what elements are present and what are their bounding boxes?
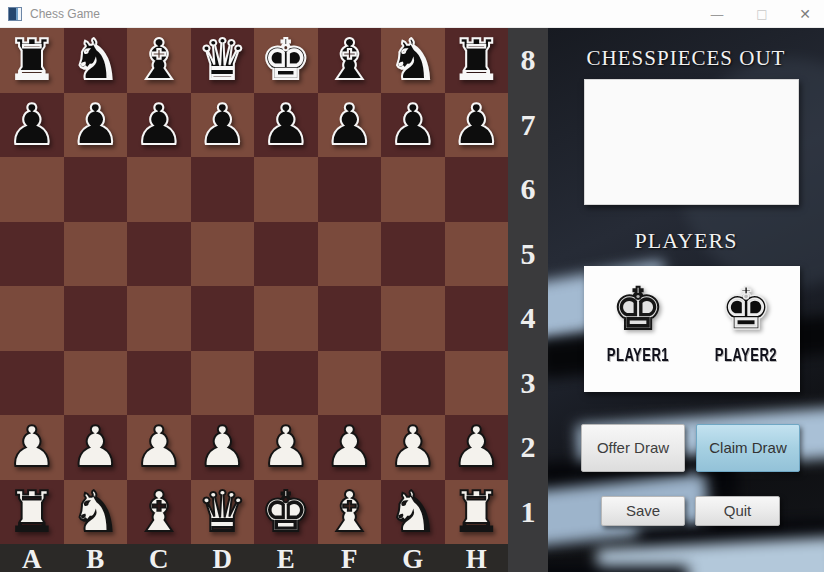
chess-game-window: Chess Game — □ ✕ ♜♞♝♛♚♝♞♜♟♟♟♟♟♟♟♟♟♟♟♟♟♟♟…: [0, 0, 824, 572]
square-b6[interactable]: [64, 157, 128, 222]
piece-black-pawn[interactable]: ♟: [191, 93, 255, 158]
player1-card: ♚ PLAYER1: [584, 266, 692, 392]
square-e5[interactable]: [254, 222, 318, 287]
piece-white-bishop[interactable]: ♝: [127, 480, 191, 545]
square-b4[interactable]: [64, 286, 128, 351]
square-b1[interactable]: ♞: [64, 480, 128, 545]
square-a5[interactable]: [0, 222, 64, 287]
rank-labels-strip: 87654321: [508, 28, 548, 572]
white-king-icon: ♚: [612, 276, 664, 342]
offer-draw-button[interactable]: Offer Draw: [581, 424, 685, 472]
square-d6[interactable]: [191, 157, 255, 222]
player1-name: PLAYER1: [607, 345, 669, 365]
chess-board: ♜♞♝♛♚♝♞♜♟♟♟♟♟♟♟♟♟♟♟♟♟♟♟♟♜♞♝♛♚♝♞♜: [0, 28, 508, 544]
captured-pieces-box: [584, 79, 799, 205]
rank-label-2: 2: [508, 415, 548, 480]
piece-black-queen[interactable]: ♛: [191, 28, 255, 93]
square-e4[interactable]: [254, 286, 318, 351]
square-f8[interactable]: ♝: [318, 28, 382, 93]
square-c6[interactable]: [127, 157, 191, 222]
rank-label-8: 8: [508, 28, 548, 93]
piece-black-knight[interactable]: ♞: [381, 28, 445, 93]
square-d5[interactable]: [191, 222, 255, 287]
maximize-icon[interactable]: □: [742, 0, 782, 28]
square-d2[interactable]: ♟: [191, 415, 255, 480]
square-e7[interactable]: ♟: [254, 93, 318, 158]
quit-button[interactable]: Quit: [695, 496, 780, 526]
piece-white-knight[interactable]: ♞: [381, 480, 445, 545]
square-d1[interactable]: ♛: [191, 480, 255, 545]
square-f3[interactable]: [318, 351, 382, 416]
square-b3[interactable]: [64, 351, 128, 416]
piece-black-pawn[interactable]: ♟: [445, 93, 509, 158]
square-a8[interactable]: ♜: [0, 28, 64, 93]
square-e1[interactable]: ♚: [254, 480, 318, 545]
square-h2[interactable]: ♟: [445, 415, 509, 480]
piece-black-bishop[interactable]: ♝: [127, 28, 191, 93]
players-box: ♚ PLAYER1 ♚ PLAYER2: [584, 266, 800, 392]
piece-white-rook[interactable]: ♜: [445, 480, 509, 545]
square-f7[interactable]: ♟: [318, 93, 382, 158]
square-a6[interactable]: [0, 157, 64, 222]
piece-black-pawn[interactable]: ♟: [0, 93, 64, 158]
piece-white-pawn[interactable]: ♟: [381, 415, 445, 480]
piece-white-pawn[interactable]: ♟: [191, 415, 255, 480]
piece-white-king[interactable]: ♚: [254, 480, 318, 545]
black-king-icon: ♚: [720, 276, 772, 342]
square-a2[interactable]: ♟: [0, 415, 64, 480]
square-d3[interactable]: [191, 351, 255, 416]
square-g6[interactable]: [381, 157, 445, 222]
square-h6[interactable]: [445, 157, 509, 222]
square-g8[interactable]: ♞: [381, 28, 445, 93]
square-f4[interactable]: [318, 286, 382, 351]
piece-black-pawn[interactable]: ♟: [318, 93, 382, 158]
rank-label-1: 1: [508, 480, 548, 545]
square-g7[interactable]: ♟: [381, 93, 445, 158]
save-button[interactable]: Save: [601, 496, 685, 526]
file-label-H: H: [445, 544, 509, 572]
square-a1[interactable]: ♜: [0, 480, 64, 545]
square-e8[interactable]: ♚: [254, 28, 318, 93]
piece-white-pawn[interactable]: ♟: [127, 415, 191, 480]
square-h5[interactable]: [445, 222, 509, 287]
piece-white-pawn[interactable]: ♟: [318, 415, 382, 480]
rank-label-3: 3: [508, 351, 548, 416]
square-c1[interactable]: ♝: [127, 480, 191, 545]
captured-pieces-title: CHESSPIECES OUT: [548, 46, 824, 71]
rank-label-5: 5: [508, 222, 548, 287]
square-f2[interactable]: ♟: [318, 415, 382, 480]
claim-draw-button[interactable]: Claim Draw: [696, 424, 800, 472]
square-d4[interactable]: [191, 286, 255, 351]
piece-black-bishop[interactable]: ♝: [318, 28, 382, 93]
square-b2[interactable]: ♟: [64, 415, 128, 480]
file-label-E: E: [254, 544, 318, 572]
square-g1[interactable]: ♞: [381, 480, 445, 545]
square-d8[interactable]: ♛: [191, 28, 255, 93]
piece-black-pawn[interactable]: ♟: [381, 93, 445, 158]
piece-white-pawn[interactable]: ♟: [0, 415, 64, 480]
square-b8[interactable]: ♞: [64, 28, 128, 93]
square-c8[interactable]: ♝: [127, 28, 191, 93]
file-label-F: F: [318, 544, 382, 572]
piece-black-pawn[interactable]: ♟: [254, 93, 318, 158]
square-h3[interactable]: [445, 351, 509, 416]
square-e6[interactable]: [254, 157, 318, 222]
square-h4[interactable]: [445, 286, 509, 351]
piece-black-king[interactable]: ♚: [254, 28, 318, 93]
square-e3[interactable]: [254, 351, 318, 416]
square-c4[interactable]: [127, 286, 191, 351]
square-b5[interactable]: [64, 222, 128, 287]
file-label-C: C: [127, 544, 191, 572]
player2-name: PLAYER2: [715, 345, 777, 365]
file-labels-strip: ABCDEFGH: [0, 544, 508, 572]
square-f6[interactable]: [318, 157, 382, 222]
player2-card: ♚ PLAYER2: [692, 266, 800, 392]
rank-label-4: 4: [508, 286, 548, 351]
rank-label-7: 7: [508, 93, 548, 158]
minimize-icon[interactable]: —: [697, 0, 737, 28]
title-bar: Chess Game — □ ✕: [0, 0, 824, 28]
file-label-D: D: [191, 544, 255, 572]
file-label-B: B: [64, 544, 128, 572]
piece-white-pawn[interactable]: ♟: [445, 415, 509, 480]
rank-label-6: 6: [508, 157, 548, 222]
square-a7[interactable]: ♟: [0, 93, 64, 158]
piece-black-knight[interactable]: ♞: [64, 28, 128, 93]
square-a3[interactable]: [0, 351, 64, 416]
piece-white-knight[interactable]: ♞: [64, 480, 128, 545]
square-c5[interactable]: [127, 222, 191, 287]
close-icon[interactable]: ✕: [785, 0, 824, 28]
square-d7[interactable]: ♟: [191, 93, 255, 158]
file-label-A: A: [0, 544, 64, 572]
square-c3[interactable]: [127, 351, 191, 416]
square-f5[interactable]: [318, 222, 382, 287]
background-shape: [548, 566, 688, 572]
square-e2[interactable]: ♟: [254, 415, 318, 480]
piece-white-queen[interactable]: ♛: [191, 480, 255, 545]
square-c2[interactable]: ♟: [127, 415, 191, 480]
square-b7[interactable]: ♟: [64, 93, 128, 158]
piece-black-pawn[interactable]: ♟: [127, 93, 191, 158]
piece-white-rook[interactable]: ♜: [0, 480, 64, 545]
square-h8[interactable]: ♜: [445, 28, 509, 93]
piece-white-bishop[interactable]: ♝: [318, 480, 382, 545]
square-h7[interactable]: ♟: [445, 93, 509, 158]
piece-black-pawn[interactable]: ♟: [64, 93, 128, 158]
piece-white-pawn[interactable]: ♟: [254, 415, 318, 480]
square-a4[interactable]: [0, 286, 64, 351]
square-g3[interactable]: [381, 351, 445, 416]
players-title: PLAYERS: [548, 228, 824, 254]
file-label-G: G: [381, 544, 445, 572]
square-f1[interactable]: ♝: [318, 480, 382, 545]
square-g5[interactable]: [381, 222, 445, 287]
app-icon: [8, 7, 22, 21]
square-c7[interactable]: ♟: [127, 93, 191, 158]
piece-white-pawn[interactable]: ♟: [64, 415, 128, 480]
square-g4[interactable]: [381, 286, 445, 351]
side-panel: CHESSPIECES OUT PLAYERS ♚ PLAYER1 ♚ PLAY…: [548, 28, 824, 572]
piece-black-rook[interactable]: ♜: [445, 28, 509, 93]
square-g2[interactable]: ♟: [381, 415, 445, 480]
piece-black-rook[interactable]: ♜: [0, 28, 64, 93]
window-title: Chess Game: [30, 0, 100, 28]
square-h1[interactable]: ♜: [445, 480, 509, 545]
